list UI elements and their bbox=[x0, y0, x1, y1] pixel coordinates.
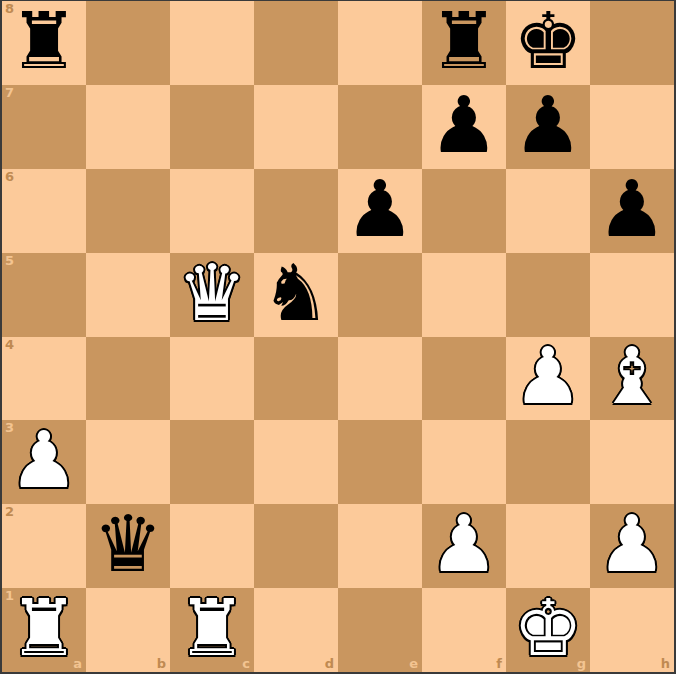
square-d1[interactable]: d bbox=[254, 588, 338, 672]
white-pawn-piece[interactable]: ♟ bbox=[597, 505, 667, 583]
square-h5[interactable] bbox=[590, 253, 674, 337]
square-c7[interactable] bbox=[170, 85, 254, 169]
white-pawn-piece[interactable]: ♟ bbox=[429, 505, 499, 583]
square-c5[interactable]: ♛ bbox=[170, 253, 254, 337]
square-e8[interactable] bbox=[338, 1, 422, 85]
square-e7[interactable] bbox=[338, 85, 422, 169]
white-rook-piece[interactable]: ♜ bbox=[177, 589, 247, 667]
square-d4[interactable] bbox=[254, 337, 338, 421]
rank-label-6: 6 bbox=[5, 170, 14, 183]
file-label-f: f bbox=[496, 657, 502, 670]
black-rook-piece[interactable]: ♜ bbox=[9, 2, 79, 80]
square-e2[interactable] bbox=[338, 504, 422, 588]
square-g6[interactable] bbox=[506, 169, 590, 253]
black-king-piece[interactable]: ♚ bbox=[513, 2, 583, 80]
square-b3[interactable] bbox=[86, 420, 170, 504]
black-knight-piece[interactable]: ♞ bbox=[261, 254, 331, 332]
square-d3[interactable] bbox=[254, 420, 338, 504]
rank-label-4: 4 bbox=[5, 338, 14, 351]
chess-board: 8♜♜♚7♟♟6♟♟5♛♞4♟♝3♟2♛♟♟1a♜bc♜defg♚h bbox=[2, 1, 674, 672]
square-e6[interactable]: ♟ bbox=[338, 169, 422, 253]
square-a6[interactable]: 6 bbox=[2, 169, 86, 253]
square-f1[interactable]: f bbox=[422, 588, 506, 672]
square-e5[interactable] bbox=[338, 253, 422, 337]
square-c8[interactable] bbox=[170, 1, 254, 85]
square-h7[interactable] bbox=[590, 85, 674, 169]
square-f2[interactable]: ♟ bbox=[422, 504, 506, 588]
black-pawn-piece[interactable]: ♟ bbox=[429, 86, 499, 164]
white-rook-piece[interactable]: ♜ bbox=[9, 589, 79, 667]
square-b2[interactable]: ♛ bbox=[86, 504, 170, 588]
square-a1[interactable]: 1a♜ bbox=[2, 588, 86, 672]
rank-label-7: 7 bbox=[5, 86, 14, 99]
square-h2[interactable]: ♟ bbox=[590, 504, 674, 588]
square-b6[interactable] bbox=[86, 169, 170, 253]
white-pawn-piece[interactable]: ♟ bbox=[9, 421, 79, 499]
square-f4[interactable] bbox=[422, 337, 506, 421]
square-c1[interactable]: c♜ bbox=[170, 588, 254, 672]
black-pawn-piece[interactable]: ♟ bbox=[345, 170, 415, 248]
square-d2[interactable] bbox=[254, 504, 338, 588]
square-h1[interactable]: h bbox=[590, 588, 674, 672]
white-bishop-piece[interactable]: ♝ bbox=[597, 337, 667, 415]
square-a4[interactable]: 4 bbox=[2, 337, 86, 421]
square-g4[interactable]: ♟ bbox=[506, 337, 590, 421]
square-f5[interactable] bbox=[422, 253, 506, 337]
square-h8[interactable] bbox=[590, 1, 674, 85]
square-e4[interactable] bbox=[338, 337, 422, 421]
square-f3[interactable] bbox=[422, 420, 506, 504]
square-f8[interactable]: ♜ bbox=[422, 1, 506, 85]
file-label-h: h bbox=[661, 657, 670, 670]
square-d7[interactable] bbox=[254, 85, 338, 169]
square-b5[interactable] bbox=[86, 253, 170, 337]
square-g5[interactable] bbox=[506, 253, 590, 337]
black-pawn-piece[interactable]: ♟ bbox=[513, 86, 583, 164]
square-f6[interactable] bbox=[422, 169, 506, 253]
rank-label-5: 5 bbox=[5, 254, 14, 267]
square-d6[interactable] bbox=[254, 169, 338, 253]
square-g1[interactable]: g♚ bbox=[506, 588, 590, 672]
square-a2[interactable]: 2 bbox=[2, 504, 86, 588]
square-f7[interactable]: ♟ bbox=[422, 85, 506, 169]
file-label-e: e bbox=[409, 657, 418, 670]
square-d8[interactable] bbox=[254, 1, 338, 85]
square-h6[interactable]: ♟ bbox=[590, 169, 674, 253]
black-rook-piece[interactable]: ♜ bbox=[429, 2, 499, 80]
square-a5[interactable]: 5 bbox=[2, 253, 86, 337]
white-queen-piece[interactable]: ♛ bbox=[177, 254, 247, 332]
square-g7[interactable]: ♟ bbox=[506, 85, 590, 169]
square-c6[interactable] bbox=[170, 169, 254, 253]
square-a3[interactable]: 3♟ bbox=[2, 420, 86, 504]
square-a7[interactable]: 7 bbox=[2, 85, 86, 169]
rank-label-2: 2 bbox=[5, 505, 14, 518]
file-label-b: b bbox=[157, 657, 166, 670]
square-g8[interactable]: ♚ bbox=[506, 1, 590, 85]
file-label-d: d bbox=[325, 657, 334, 670]
square-b1[interactable]: b bbox=[86, 588, 170, 672]
square-h4[interactable]: ♝ bbox=[590, 337, 674, 421]
square-b4[interactable] bbox=[86, 337, 170, 421]
black-queen-piece[interactable]: ♛ bbox=[93, 505, 163, 583]
square-c4[interactable] bbox=[170, 337, 254, 421]
square-e3[interactable] bbox=[338, 420, 422, 504]
square-g2[interactable] bbox=[506, 504, 590, 588]
black-pawn-piece[interactable]: ♟ bbox=[597, 170, 667, 248]
square-e1[interactable]: e bbox=[338, 588, 422, 672]
white-pawn-piece[interactable]: ♟ bbox=[513, 337, 583, 415]
square-b7[interactable] bbox=[86, 85, 170, 169]
square-d5[interactable]: ♞ bbox=[254, 253, 338, 337]
square-h3[interactable] bbox=[590, 420, 674, 504]
square-b8[interactable] bbox=[86, 1, 170, 85]
white-king-piece[interactable]: ♚ bbox=[513, 589, 583, 667]
square-a8[interactable]: 8♜ bbox=[2, 1, 86, 85]
square-c3[interactable] bbox=[170, 420, 254, 504]
square-c2[interactable] bbox=[170, 504, 254, 588]
square-g3[interactable] bbox=[506, 420, 590, 504]
